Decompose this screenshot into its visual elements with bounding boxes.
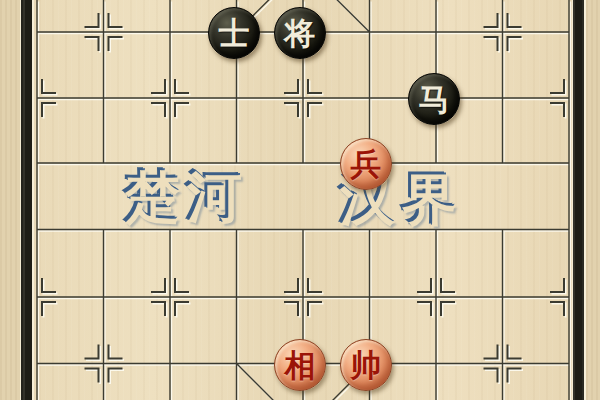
piece-glyph: 马 xyxy=(419,84,450,115)
piece-red-elephant[interactable]: 相 xyxy=(274,339,326,391)
piece-black-advisor[interactable]: 士 xyxy=(208,7,260,59)
piece-black-general[interactable]: 将 xyxy=(274,7,326,59)
board-frame-left xyxy=(20,0,34,400)
board-frame-right xyxy=(572,0,586,400)
piece-glyph: 相 xyxy=(285,350,316,381)
river-label-left: 楚河 xyxy=(125,161,249,235)
piece-glyph: 兵 xyxy=(351,149,382,180)
piece-black-horse[interactable]: 马 xyxy=(408,73,460,125)
piece-glyph: 帅 xyxy=(351,350,382,381)
piece-red-general[interactable]: 帅 xyxy=(340,339,392,391)
xiangqi-board[interactable]: 楚河 汉界 士将马兵相帅 xyxy=(21,0,586,400)
piece-glyph: 士 xyxy=(219,18,250,49)
piece-glyph: 将 xyxy=(285,18,316,49)
piece-red-soldier[interactable]: 兵 xyxy=(340,138,392,190)
xiangqi-screenshot: 楚河 汉界 士将马兵相帅 xyxy=(0,0,600,400)
